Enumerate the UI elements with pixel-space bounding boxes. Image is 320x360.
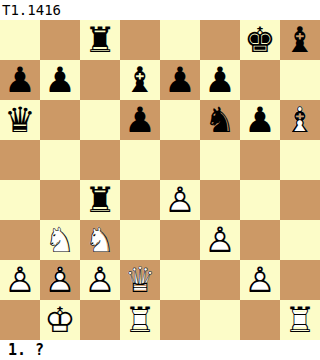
square-d2[interactable]: ♛♕ bbox=[120, 260, 160, 300]
piece-black-queen: ♛ bbox=[0, 100, 40, 140]
square-e2[interactable] bbox=[160, 260, 200, 300]
piece-white-pawn: ♟♙ bbox=[200, 220, 240, 260]
piece-black-pawn: ♟ bbox=[200, 60, 240, 100]
square-h8[interactable]: ♝ bbox=[280, 20, 320, 60]
piece-white-queen: ♛♕ bbox=[120, 260, 160, 300]
square-g8[interactable]: ♚ bbox=[240, 20, 280, 60]
square-h1[interactable]: ♜♖ bbox=[280, 300, 320, 340]
square-b6[interactable] bbox=[40, 100, 80, 140]
square-g5[interactable] bbox=[240, 140, 280, 180]
square-e7[interactable]: ♟ bbox=[160, 60, 200, 100]
square-f8[interactable] bbox=[200, 20, 240, 60]
square-h3[interactable] bbox=[280, 220, 320, 260]
square-f2[interactable] bbox=[200, 260, 240, 300]
square-d5[interactable] bbox=[120, 140, 160, 180]
square-d6[interactable]: ♟ bbox=[120, 100, 160, 140]
square-b5[interactable] bbox=[40, 140, 80, 180]
square-a1[interactable] bbox=[0, 300, 40, 340]
square-a6[interactable]: ♛ bbox=[0, 100, 40, 140]
square-f4[interactable] bbox=[200, 180, 240, 220]
square-h6[interactable]: ♝♗ bbox=[280, 100, 320, 140]
square-b2[interactable]: ♟♙ bbox=[40, 260, 80, 300]
piece-white-knight: ♞♘ bbox=[40, 220, 80, 260]
piece-black-knight: ♞ bbox=[200, 100, 240, 140]
square-c5[interactable] bbox=[80, 140, 120, 180]
square-a5[interactable] bbox=[0, 140, 40, 180]
piece-white-pawn: ♟♙ bbox=[40, 260, 80, 300]
square-d1[interactable]: ♜♖ bbox=[120, 300, 160, 340]
square-h7[interactable] bbox=[280, 60, 320, 100]
square-c3[interactable]: ♞♘ bbox=[80, 220, 120, 260]
move-prompt: 1. ? bbox=[0, 340, 320, 360]
square-h4[interactable] bbox=[280, 180, 320, 220]
square-g7[interactable] bbox=[240, 60, 280, 100]
piece-white-pawn: ♟♙ bbox=[240, 260, 280, 300]
square-h2[interactable] bbox=[280, 260, 320, 300]
square-a8[interactable] bbox=[0, 20, 40, 60]
square-d4[interactable] bbox=[120, 180, 160, 220]
square-e4[interactable]: ♟♙ bbox=[160, 180, 200, 220]
piece-white-rook: ♜♖ bbox=[120, 300, 160, 340]
square-e5[interactable] bbox=[160, 140, 200, 180]
square-g3[interactable] bbox=[240, 220, 280, 260]
square-f3[interactable]: ♟♙ bbox=[200, 220, 240, 260]
square-e1[interactable] bbox=[160, 300, 200, 340]
square-b3[interactable]: ♞♘ bbox=[40, 220, 80, 260]
piece-black-king: ♚ bbox=[240, 20, 280, 60]
piece-black-rook: ♜ bbox=[80, 20, 120, 60]
square-g1[interactable] bbox=[240, 300, 280, 340]
piece-white-bishop: ♝♗ bbox=[280, 100, 320, 140]
square-f1[interactable] bbox=[200, 300, 240, 340]
square-d7[interactable]: ♝ bbox=[120, 60, 160, 100]
piece-black-rook: ♜ bbox=[80, 180, 120, 220]
piece-white-pawn: ♟♙ bbox=[160, 180, 200, 220]
square-d8[interactable] bbox=[120, 20, 160, 60]
square-d3[interactable] bbox=[120, 220, 160, 260]
square-f7[interactable]: ♟ bbox=[200, 60, 240, 100]
square-c4[interactable]: ♜ bbox=[80, 180, 120, 220]
square-e8[interactable] bbox=[160, 20, 200, 60]
diagram-title: T1.1416 bbox=[0, 0, 320, 20]
piece-white-knight: ♞♘ bbox=[80, 220, 120, 260]
square-g2[interactable]: ♟♙ bbox=[240, 260, 280, 300]
square-g4[interactable] bbox=[240, 180, 280, 220]
square-e6[interactable] bbox=[160, 100, 200, 140]
piece-black-pawn: ♟ bbox=[240, 100, 280, 140]
square-a2[interactable]: ♟♙ bbox=[0, 260, 40, 300]
square-b8[interactable] bbox=[40, 20, 80, 60]
square-f5[interactable] bbox=[200, 140, 240, 180]
square-g6[interactable]: ♟ bbox=[240, 100, 280, 140]
piece-white-rook: ♜♖ bbox=[280, 300, 320, 340]
square-c1[interactable] bbox=[80, 300, 120, 340]
piece-black-pawn: ♟ bbox=[0, 60, 40, 100]
piece-black-pawn: ♟ bbox=[40, 60, 80, 100]
square-c6[interactable] bbox=[80, 100, 120, 140]
piece-black-pawn: ♟ bbox=[160, 60, 200, 100]
piece-white-pawn: ♟♙ bbox=[0, 260, 40, 300]
piece-white-king: ♚♔ bbox=[40, 300, 80, 340]
square-c2[interactable]: ♟♙ bbox=[80, 260, 120, 300]
square-a3[interactable] bbox=[0, 220, 40, 260]
square-a7[interactable]: ♟ bbox=[0, 60, 40, 100]
chess-board: ♜♚♝♟♟♝♟♟♛♟♞♟♝♗♜♟♙♞♘♞♘♟♙♟♙♟♙♟♙♛♕♟♙♚♔♜♖♜♖ bbox=[0, 20, 320, 340]
square-b4[interactable] bbox=[40, 180, 80, 220]
square-a4[interactable] bbox=[0, 180, 40, 220]
piece-white-pawn: ♟♙ bbox=[80, 260, 120, 300]
piece-black-bishop: ♝ bbox=[280, 20, 320, 60]
square-e3[interactable] bbox=[160, 220, 200, 260]
square-b7[interactable]: ♟ bbox=[40, 60, 80, 100]
piece-black-pawn: ♟ bbox=[120, 100, 160, 140]
square-h5[interactable] bbox=[280, 140, 320, 180]
piece-black-bishop: ♝ bbox=[120, 60, 160, 100]
square-f6[interactable]: ♞ bbox=[200, 100, 240, 140]
square-c7[interactable] bbox=[80, 60, 120, 100]
square-c8[interactable]: ♜ bbox=[80, 20, 120, 60]
square-b1[interactable]: ♚♔ bbox=[40, 300, 80, 340]
